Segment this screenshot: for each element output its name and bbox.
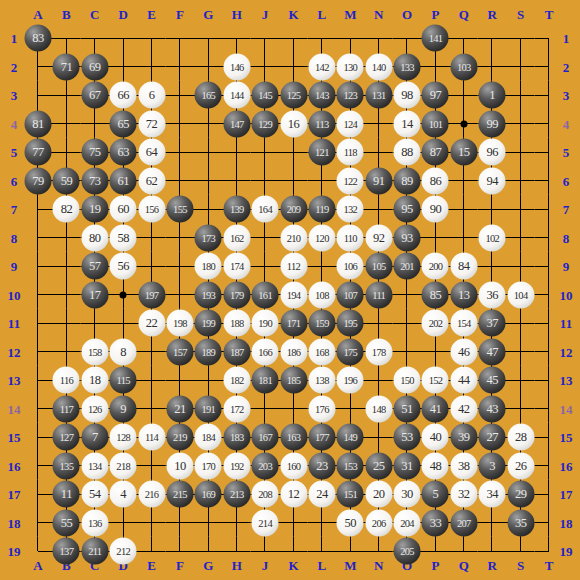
point-l1[interactable]	[308, 24, 336, 53]
col-label-top-s: S	[517, 8, 524, 21]
stone-white-124-m4: 124	[337, 110, 364, 137]
stone-black-79-a6: 79	[25, 167, 52, 194]
stone-black-201-o9: 201	[394, 253, 421, 280]
point-q8[interactable]	[449, 223, 477, 252]
stone-white-192-h16: 192	[223, 452, 250, 479]
point-k18[interactable]	[279, 508, 307, 537]
stone-black-209-k7: 209	[280, 196, 307, 223]
row-label-right-8: 8	[563, 231, 570, 244]
point-a8[interactable]	[24, 223, 52, 252]
point-p12[interactable]	[421, 337, 449, 366]
row-label-left-15: 15	[8, 431, 21, 444]
point-c11[interactable]	[81, 309, 109, 338]
point-p2[interactable]	[421, 52, 449, 81]
stone-black-191-g14: 191	[195, 395, 222, 422]
stone-black-195-m11: 195	[337, 310, 364, 337]
stone-black-203-j16: 203	[252, 452, 279, 479]
stone-black-113-l4: 113	[308, 110, 335, 137]
point-s11[interactable]	[506, 309, 534, 338]
point-g19[interactable]	[194, 537, 222, 566]
stone-black-153-m16: 153	[337, 452, 364, 479]
point-t11[interactable]	[535, 309, 563, 338]
point-t9[interactable]	[535, 252, 563, 281]
col-label-top-e: E	[147, 8, 156, 21]
point-l19[interactable]	[308, 537, 336, 566]
point-o11[interactable]	[393, 309, 421, 338]
point-t3[interactable]	[535, 81, 563, 110]
point-s2[interactable]	[506, 52, 534, 81]
point-q6[interactable]	[449, 166, 477, 195]
stone-white-136-c18: 136	[81, 509, 108, 536]
stone-black-33-p18: 33	[422, 509, 449, 536]
row-label-left-17: 17	[8, 488, 21, 501]
point-l18[interactable]	[308, 508, 336, 537]
stone-white-34-r17: 34	[479, 481, 506, 508]
point-b8[interactable]	[52, 223, 80, 252]
stone-black-111-n10: 111	[365, 281, 392, 308]
stone-white-98-o3: 98	[394, 82, 421, 109]
stone-black-91-n6: 91	[365, 167, 392, 194]
stone-white-18-c13: 18	[81, 367, 108, 394]
point-f19[interactable]	[166, 537, 194, 566]
stone-black-47-r12: 47	[479, 338, 506, 365]
point-h18[interactable]	[222, 508, 250, 537]
point-b12[interactable]	[52, 337, 80, 366]
point-e1[interactable]	[137, 24, 165, 53]
stone-black-121-l5: 121	[308, 139, 335, 166]
stone-black-97-p3: 97	[422, 82, 449, 109]
stone-white-128-d15: 128	[110, 424, 137, 451]
go-board: AABBCCDDEEFFGGHHJJKKLLMMNNOOPPQQRRSSTT11…	[0, 0, 580, 580]
stone-black-7-c15: 7	[81, 424, 108, 451]
point-r9[interactable]	[478, 252, 506, 281]
point-f5[interactable]	[166, 138, 194, 167]
stone-white-150-o13: 150	[394, 367, 421, 394]
point-k19[interactable]	[279, 537, 307, 566]
stone-white-30-o17: 30	[394, 481, 421, 508]
point-d1[interactable]	[109, 24, 137, 53]
point-n1[interactable]	[364, 24, 392, 53]
point-e18[interactable]	[137, 508, 165, 537]
point-b4[interactable]	[52, 109, 80, 138]
row-label-left-16: 16	[8, 459, 21, 472]
row-label-right-6: 6	[563, 174, 570, 187]
stone-white-130-m2: 130	[337, 53, 364, 80]
point-a17[interactable]	[24, 480, 52, 509]
point-s1[interactable]	[506, 24, 534, 53]
stone-black-11-b17: 11	[53, 481, 80, 508]
stone-white-96-r5: 96	[479, 139, 506, 166]
point-t14[interactable]	[535, 394, 563, 423]
point-f1[interactable]	[166, 24, 194, 53]
point-g18[interactable]	[194, 508, 222, 537]
point-k14[interactable]	[279, 394, 307, 423]
stone-black-197-e10: 197	[138, 281, 165, 308]
col-label-top-p: P	[431, 8, 439, 21]
point-h5[interactable]	[222, 138, 250, 167]
col-label-top-k: K	[288, 8, 298, 21]
point-b10[interactable]	[52, 280, 80, 309]
stone-white-56-d9: 56	[110, 253, 137, 280]
point-h1[interactable]	[222, 24, 250, 53]
stone-black-135-b16: 135	[53, 452, 80, 479]
point-a13[interactable]	[24, 366, 52, 395]
hoshi-d10	[120, 291, 127, 298]
stone-white-140-n2: 140	[365, 53, 392, 80]
point-m1[interactable]	[336, 24, 364, 53]
row-label-right-3: 3	[563, 89, 570, 102]
row-label-left-12: 12	[8, 345, 21, 358]
stone-black-179-h10: 179	[223, 281, 250, 308]
point-f9[interactable]	[166, 252, 194, 281]
stone-white-174-h9: 174	[223, 253, 250, 280]
col-label-top-o: O	[402, 8, 412, 21]
stone-white-28-s15: 28	[507, 424, 534, 451]
point-q19[interactable]	[449, 537, 477, 566]
row-label-right-7: 7	[563, 203, 570, 216]
stone-white-214-j18: 214	[252, 509, 279, 536]
point-p19[interactable]	[421, 537, 449, 566]
point-s13[interactable]	[506, 366, 534, 395]
point-j6[interactable]	[251, 166, 279, 195]
point-d18[interactable]	[109, 508, 137, 537]
stone-white-172-h14: 172	[223, 395, 250, 422]
point-k1[interactable]	[279, 24, 307, 53]
point-a18[interactable]	[24, 508, 52, 537]
point-k2[interactable]	[279, 52, 307, 81]
point-j1[interactable]	[251, 24, 279, 53]
point-n5[interactable]	[364, 138, 392, 167]
stone-white-182-h13: 182	[223, 367, 250, 394]
stone-white-104-s10: 104	[507, 281, 534, 308]
stone-black-119-l7: 119	[308, 196, 335, 223]
stone-white-156-e7: 156	[138, 196, 165, 223]
stone-black-147-h4: 147	[223, 110, 250, 137]
point-a14[interactable]	[24, 394, 52, 423]
stone-white-20-n17: 20	[365, 481, 392, 508]
point-s3[interactable]	[506, 81, 534, 110]
stone-black-61-d6: 61	[110, 167, 137, 194]
point-f8[interactable]	[166, 223, 194, 252]
stone-black-3-r16: 3	[479, 452, 506, 479]
col-label-top-g: G	[203, 8, 213, 21]
row-label-left-3: 3	[11, 89, 18, 102]
point-d2[interactable]	[109, 52, 137, 81]
point-t18[interactable]	[535, 508, 563, 537]
point-n15[interactable]	[364, 423, 392, 452]
col-label-top-j: J	[262, 8, 269, 21]
row-label-left-7: 7	[11, 203, 18, 216]
stone-black-81-a4: 81	[25, 110, 52, 137]
point-m14[interactable]	[336, 394, 364, 423]
col-label-top-a: A	[33, 8, 42, 21]
point-j9[interactable]	[251, 252, 279, 281]
point-e9[interactable]	[137, 252, 165, 281]
point-e19[interactable]	[137, 537, 165, 566]
col-label-top-r: R	[488, 8, 497, 21]
point-c1[interactable]	[81, 24, 109, 53]
stone-black-117-b14: 117	[53, 395, 80, 422]
point-e16[interactable]	[137, 451, 165, 480]
point-a19[interactable]	[24, 537, 52, 566]
point-k5[interactable]	[279, 138, 307, 167]
point-j14[interactable]	[251, 394, 279, 423]
point-a2[interactable]	[24, 52, 52, 81]
point-f10[interactable]	[166, 280, 194, 309]
stone-black-187-h12: 187	[223, 338, 250, 365]
stone-white-48-p16: 48	[422, 452, 449, 479]
stone-white-108-l10: 108	[308, 281, 335, 308]
stone-black-21-f14: 21	[166, 395, 193, 422]
stone-white-190-j11: 190	[252, 310, 279, 337]
point-o10[interactable]	[393, 280, 421, 309]
stone-black-211-c19: 211	[81, 538, 108, 565]
stone-black-143-l3: 143	[308, 82, 335, 109]
stone-black-1-r3: 1	[479, 82, 506, 109]
point-r7[interactable]	[478, 195, 506, 224]
point-n19[interactable]	[364, 537, 392, 566]
point-k6[interactable]	[279, 166, 307, 195]
stone-white-204-o18: 204	[394, 509, 421, 536]
point-n11[interactable]	[364, 309, 392, 338]
stone-black-165-g3: 165	[195, 82, 222, 109]
stone-black-155-f7: 155	[166, 196, 193, 223]
point-f2[interactable]	[166, 52, 194, 81]
point-t12[interactable]	[535, 337, 563, 366]
point-e12[interactable]	[137, 337, 165, 366]
point-p8[interactable]	[421, 223, 449, 252]
point-q1[interactable]	[449, 24, 477, 53]
stone-white-72-e4: 72	[138, 110, 165, 137]
stone-black-219-f15: 219	[166, 424, 193, 451]
stone-black-141-p1: 141	[422, 25, 449, 52]
row-label-left-19: 19	[8, 545, 21, 558]
stone-black-99-r4: 99	[479, 110, 506, 137]
stone-white-164-j7: 164	[252, 196, 279, 223]
stone-white-218-d16: 218	[110, 452, 137, 479]
stone-white-102-r8: 102	[479, 224, 506, 251]
stone-black-95-o7: 95	[394, 196, 421, 223]
point-a16[interactable]	[24, 451, 52, 480]
point-g13[interactable]	[194, 366, 222, 395]
point-g6[interactable]	[194, 166, 222, 195]
stone-black-13-q10: 13	[450, 281, 477, 308]
point-l9[interactable]	[308, 252, 336, 281]
stone-black-71-b2: 71	[53, 53, 80, 80]
point-e13[interactable]	[137, 366, 165, 395]
stone-white-206-n18: 206	[365, 509, 392, 536]
point-e14[interactable]	[137, 394, 165, 423]
point-s8[interactable]	[506, 223, 534, 252]
point-e2[interactable]	[137, 52, 165, 81]
stone-white-84-q9: 84	[450, 253, 477, 280]
stone-black-125-k3: 125	[280, 82, 307, 109]
point-m19[interactable]	[336, 537, 364, 566]
point-t17[interactable]	[535, 480, 563, 509]
stone-white-22-e11: 22	[138, 310, 165, 337]
point-r19[interactable]	[478, 537, 506, 566]
point-a10[interactable]	[24, 280, 52, 309]
point-s5[interactable]	[506, 138, 534, 167]
stone-white-188-h11: 188	[223, 310, 250, 337]
stone-white-216-e17: 216	[138, 481, 165, 508]
point-s19[interactable]	[506, 537, 534, 566]
point-j5[interactable]	[251, 138, 279, 167]
stone-white-106-m9: 106	[337, 253, 364, 280]
point-b9[interactable]	[52, 252, 80, 281]
point-n7[interactable]	[364, 195, 392, 224]
stone-black-35-s18: 35	[507, 509, 534, 536]
point-o1[interactable]	[393, 24, 421, 53]
point-d11[interactable]	[109, 309, 137, 338]
stone-black-43-r14: 43	[479, 395, 506, 422]
point-s9[interactable]	[506, 252, 534, 281]
point-t19[interactable]	[535, 537, 563, 566]
stone-white-178-n12: 178	[365, 338, 392, 365]
point-h19[interactable]	[222, 537, 250, 566]
stone-white-152-p13: 152	[422, 367, 449, 394]
point-b5[interactable]	[52, 138, 80, 167]
point-j19[interactable]	[251, 537, 279, 566]
stone-white-8-d12: 8	[110, 338, 137, 365]
point-s14[interactable]	[506, 394, 534, 423]
point-g5[interactable]	[194, 138, 222, 167]
point-t2[interactable]	[535, 52, 563, 81]
stone-white-194-k10: 194	[280, 281, 307, 308]
point-h6[interactable]	[222, 166, 250, 195]
point-g4[interactable]	[194, 109, 222, 138]
row-label-left-9: 9	[11, 260, 18, 273]
stone-white-36-r10: 36	[479, 281, 506, 308]
point-s7[interactable]	[506, 195, 534, 224]
stone-black-131-n3: 131	[365, 82, 392, 109]
row-label-left-10: 10	[8, 288, 21, 301]
point-a9[interactable]	[24, 252, 52, 281]
row-label-left-5: 5	[11, 146, 18, 159]
stone-black-145-j3: 145	[252, 82, 279, 109]
point-t5[interactable]	[535, 138, 563, 167]
col-label-top-n: N	[374, 8, 383, 21]
point-f6[interactable]	[166, 166, 194, 195]
point-l6[interactable]	[308, 166, 336, 195]
stone-white-144-h3: 144	[223, 82, 250, 109]
point-j2[interactable]	[251, 52, 279, 81]
point-t1[interactable]	[535, 24, 563, 53]
stone-white-118-m5: 118	[337, 139, 364, 166]
stone-white-16-k4: 16	[280, 110, 307, 137]
point-t6[interactable]	[535, 166, 563, 195]
point-r18[interactable]	[478, 508, 506, 537]
point-f18[interactable]	[166, 508, 194, 537]
stone-black-161-j10: 161	[252, 281, 279, 308]
stone-white-10-f16: 10	[166, 452, 193, 479]
point-g1[interactable]	[194, 24, 222, 53]
stone-white-82-b7: 82	[53, 196, 80, 223]
row-label-right-4: 4	[563, 117, 570, 130]
stone-white-40-p15: 40	[422, 424, 449, 451]
point-t16[interactable]	[535, 451, 563, 480]
point-g7[interactable]	[194, 195, 222, 224]
point-s12[interactable]	[506, 337, 534, 366]
point-q7[interactable]	[449, 195, 477, 224]
stone-white-162-h8: 162	[223, 224, 250, 251]
point-r2[interactable]	[478, 52, 506, 81]
stone-white-26-s16: 26	[507, 452, 534, 479]
stone-white-94-r6: 94	[479, 167, 506, 194]
stone-white-212-d19: 212	[110, 538, 137, 565]
point-a12[interactable]	[24, 337, 52, 366]
point-t4[interactable]	[535, 109, 563, 138]
stone-black-159-l11: 159	[308, 310, 335, 337]
stone-white-80-c8: 80	[81, 224, 108, 251]
stone-black-19-c7: 19	[81, 196, 108, 223]
point-a11[interactable]	[24, 309, 52, 338]
point-s6[interactable]	[506, 166, 534, 195]
stone-white-184-g15: 184	[195, 424, 222, 451]
point-b11[interactable]	[52, 309, 80, 338]
stone-black-215-f17: 215	[166, 481, 193, 508]
stone-black-37-r11: 37	[479, 310, 506, 337]
stone-black-73-c6: 73	[81, 167, 108, 194]
stone-white-202-p11: 202	[422, 310, 449, 337]
stone-white-42-q14: 42	[450, 395, 477, 422]
point-g2[interactable]	[194, 52, 222, 81]
stone-black-133-o2: 133	[394, 53, 421, 80]
point-s4[interactable]	[506, 109, 534, 138]
point-t8[interactable]	[535, 223, 563, 252]
row-label-right-2: 2	[563, 60, 570, 73]
stone-white-12-k17: 12	[280, 481, 307, 508]
point-t13[interactable]	[535, 366, 563, 395]
stone-white-210-k8: 210	[280, 224, 307, 251]
point-a15[interactable]	[24, 423, 52, 452]
point-f4[interactable]	[166, 109, 194, 138]
point-c4[interactable]	[81, 109, 109, 138]
stone-white-92-n8: 92	[365, 224, 392, 251]
point-t10[interactable]	[535, 280, 563, 309]
stone-white-90-p7: 90	[422, 196, 449, 223]
point-b1[interactable]	[52, 24, 80, 53]
point-a3[interactable]	[24, 81, 52, 110]
row-label-right-5: 5	[563, 146, 570, 159]
stone-black-173-g8: 173	[195, 224, 222, 251]
stone-black-115-d13: 115	[110, 367, 137, 394]
point-b3[interactable]	[52, 81, 80, 110]
point-o12[interactable]	[393, 337, 421, 366]
stone-black-163-k15: 163	[280, 424, 307, 451]
stone-black-175-m12: 175	[337, 338, 364, 365]
point-f13[interactable]	[166, 366, 194, 395]
point-t15[interactable]	[535, 423, 563, 452]
point-q3[interactable]	[449, 81, 477, 110]
stone-white-62-e6: 62	[138, 167, 165, 194]
point-r1[interactable]	[478, 24, 506, 53]
stone-black-207-q18: 207	[450, 509, 477, 536]
point-e8[interactable]	[137, 223, 165, 252]
stone-black-123-m3: 123	[337, 82, 364, 109]
point-j8[interactable]	[251, 223, 279, 252]
stone-black-151-m17: 151	[337, 481, 364, 508]
stone-white-120-l8: 120	[308, 224, 335, 251]
stone-white-138-l13: 138	[308, 367, 335, 394]
point-n4[interactable]	[364, 109, 392, 138]
point-t7[interactable]	[535, 195, 563, 224]
point-a7[interactable]	[24, 195, 52, 224]
point-f3[interactable]	[166, 81, 194, 110]
stone-black-63-d5: 63	[110, 139, 137, 166]
row-label-left-18: 18	[8, 516, 21, 529]
point-n13[interactable]	[364, 366, 392, 395]
